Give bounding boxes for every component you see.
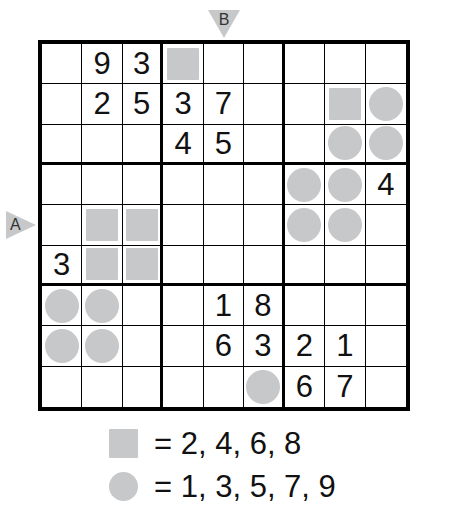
arrow-a-label: A [10, 211, 21, 239]
cell-r8c7[interactable]: 2 [285, 326, 325, 366]
cell-r7c4[interactable] [163, 286, 203, 326]
cell-r3c7[interactable] [285, 125, 325, 165]
cell-r8c9[interactable] [366, 326, 406, 366]
cell-r9c9[interactable] [366, 367, 406, 407]
cell-r2c8[interactable] [325, 84, 365, 124]
even-square-icon [109, 429, 138, 458]
given-digit: 1 [336, 330, 353, 361]
cell-r2c7[interactable] [285, 84, 325, 124]
cell-r1c5[interactable] [204, 44, 244, 84]
sudoku-board: 932537454318632167 [38, 40, 410, 411]
given-digit: 3 [174, 88, 191, 119]
cell-r2c5[interactable]: 7 [204, 84, 244, 124]
cell-r1c6[interactable] [244, 44, 284, 84]
odd-marker [369, 87, 403, 121]
cell-r6c2[interactable] [82, 246, 122, 286]
cell-r8c8[interactable]: 1 [325, 326, 365, 366]
cell-r3c4[interactable]: 4 [163, 125, 203, 165]
cell-r7c7[interactable] [285, 286, 325, 326]
puzzle-page: { "game": "Even-Odd Sudoku (9x9): gray s… [0, 0, 451, 528]
cell-r6c1[interactable]: 3 [42, 246, 82, 286]
cell-r5c4[interactable] [163, 205, 203, 245]
cell-r1c8[interactable] [325, 44, 365, 84]
legend: = 2, 4, 6, 8 = 1, 3, 5, 7, 9 [109, 428, 336, 502]
cell-r9c7[interactable]: 6 [285, 367, 325, 407]
given-digit: 2 [296, 330, 313, 361]
given-digit: 4 [174, 128, 191, 159]
given-digit: 8 [254, 290, 271, 321]
odd-marker [246, 370, 280, 404]
cell-r7c8[interactable] [325, 286, 365, 326]
cell-r4c1[interactable] [42, 165, 82, 205]
even-marker [126, 248, 158, 280]
cell-r5c2[interactable] [82, 205, 122, 245]
given-digit: 5 [215, 128, 232, 159]
cell-r1c7[interactable] [285, 44, 325, 84]
cell-r2c6[interactable] [244, 84, 284, 124]
cell-r3c3[interactable] [123, 125, 163, 165]
cell-r9c2[interactable] [82, 367, 122, 407]
cell-r4c8[interactable] [325, 165, 365, 205]
given-digit: 7 [215, 88, 232, 119]
cell-r5c5[interactable] [204, 205, 244, 245]
cell-r6c9[interactable] [366, 246, 406, 286]
cell-r8c3[interactable] [123, 326, 163, 366]
odd-circle-icon [109, 472, 138, 501]
odd-marker [369, 126, 403, 160]
cell-r1c4[interactable] [163, 44, 203, 84]
given-digit: 3 [133, 48, 150, 79]
even-marker [167, 48, 199, 80]
cell-r3c1[interactable] [42, 125, 82, 165]
cell-r7c6[interactable]: 8 [244, 286, 284, 326]
cell-r6c7[interactable] [285, 246, 325, 286]
cell-r8c6[interactable]: 3 [244, 326, 284, 366]
given-digit: 9 [94, 48, 111, 79]
legend-odd-row: = 1, 3, 5, 7, 9 [109, 471, 336, 502]
odd-marker [328, 168, 362, 202]
column-pointer-arrow-b: B [208, 10, 240, 38]
given-digit: 1 [215, 290, 232, 321]
cell-r7c2[interactable] [82, 286, 122, 326]
cell-r4c3[interactable] [123, 165, 163, 205]
cell-r4c2[interactable] [82, 165, 122, 205]
odd-marker [45, 329, 79, 363]
cell-r7c5[interactable]: 1 [204, 286, 244, 326]
cell-r9c1[interactable] [42, 367, 82, 407]
cell-r6c3[interactable] [123, 246, 163, 286]
cell-r6c4[interactable] [163, 246, 203, 286]
cell-r4c4[interactable] [163, 165, 203, 205]
odd-marker [85, 289, 119, 323]
cell-r9c3[interactable] [123, 367, 163, 407]
cell-r8c2[interactable] [82, 326, 122, 366]
cell-r4c5[interactable] [204, 165, 244, 205]
cell-r4c7[interactable] [285, 165, 325, 205]
cell-r9c4[interactable] [163, 367, 203, 407]
cell-r4c6[interactable] [244, 165, 284, 205]
cell-r5c8[interactable] [325, 205, 365, 245]
odd-marker [287, 208, 321, 242]
cell-r5c1[interactable] [42, 205, 82, 245]
cell-r1c1[interactable] [42, 44, 82, 84]
cell-r5c9[interactable] [366, 205, 406, 245]
cell-r7c3[interactable] [123, 286, 163, 326]
legend-odd-text: = 1, 3, 5, 7, 9 [154, 471, 336, 502]
given-digit: 3 [53, 249, 70, 280]
cell-r4c9[interactable]: 4 [366, 165, 406, 205]
arrow-b-label: B [208, 11, 240, 28]
cell-r2c2[interactable]: 2 [82, 84, 122, 124]
even-marker [126, 209, 158, 241]
cell-r8c1[interactable] [42, 326, 82, 366]
cell-r2c4[interactable]: 3 [163, 84, 203, 124]
row-pointer-arrow-a: A [6, 211, 36, 239]
cell-r6c6[interactable] [244, 246, 284, 286]
cell-r2c1[interactable] [42, 84, 82, 124]
odd-marker [287, 168, 321, 202]
cell-r5c7[interactable] [285, 205, 325, 245]
odd-marker [85, 329, 119, 363]
even-marker [329, 88, 361, 120]
cell-r1c9[interactable] [366, 44, 406, 84]
cell-r9c6[interactable] [244, 367, 284, 407]
cell-r3c5[interactable]: 5 [204, 125, 244, 165]
odd-marker [328, 208, 362, 242]
cell-r5c3[interactable] [123, 205, 163, 245]
given-digit: 7 [336, 371, 353, 402]
given-digit: 4 [377, 169, 394, 200]
even-marker [86, 209, 118, 241]
cell-r8c5[interactable]: 6 [204, 326, 244, 366]
odd-marker [328, 126, 362, 160]
cell-r7c9[interactable] [366, 286, 406, 326]
cell-r7c1[interactable] [42, 286, 82, 326]
cell-r1c3[interactable]: 3 [123, 44, 163, 84]
given-digit: 2 [94, 88, 111, 119]
odd-marker [45, 289, 79, 323]
cell-r9c8[interactable]: 7 [325, 367, 365, 407]
even-marker [86, 248, 118, 280]
given-digit: 5 [133, 88, 150, 119]
legend-even-text: = 2, 4, 6, 8 [154, 428, 301, 459]
cell-r3c6[interactable] [244, 125, 284, 165]
cell-r2c3[interactable]: 5 [123, 84, 163, 124]
cell-r1c2[interactable]: 9 [82, 44, 122, 84]
cell-r8c4[interactable] [163, 326, 203, 366]
cell-r3c9[interactable] [366, 125, 406, 165]
cell-r6c5[interactable] [204, 246, 244, 286]
given-digit: 6 [215, 330, 232, 361]
cell-r3c2[interactable] [82, 125, 122, 165]
cell-r6c8[interactable] [325, 246, 365, 286]
cell-r2c9[interactable] [366, 84, 406, 124]
cell-r9c5[interactable] [204, 367, 244, 407]
given-digit: 3 [254, 330, 271, 361]
cell-r3c8[interactable] [325, 125, 365, 165]
legend-even-row: = 2, 4, 6, 8 [109, 428, 336, 459]
given-digit: 6 [296, 371, 313, 402]
cell-r5c6[interactable] [244, 205, 284, 245]
